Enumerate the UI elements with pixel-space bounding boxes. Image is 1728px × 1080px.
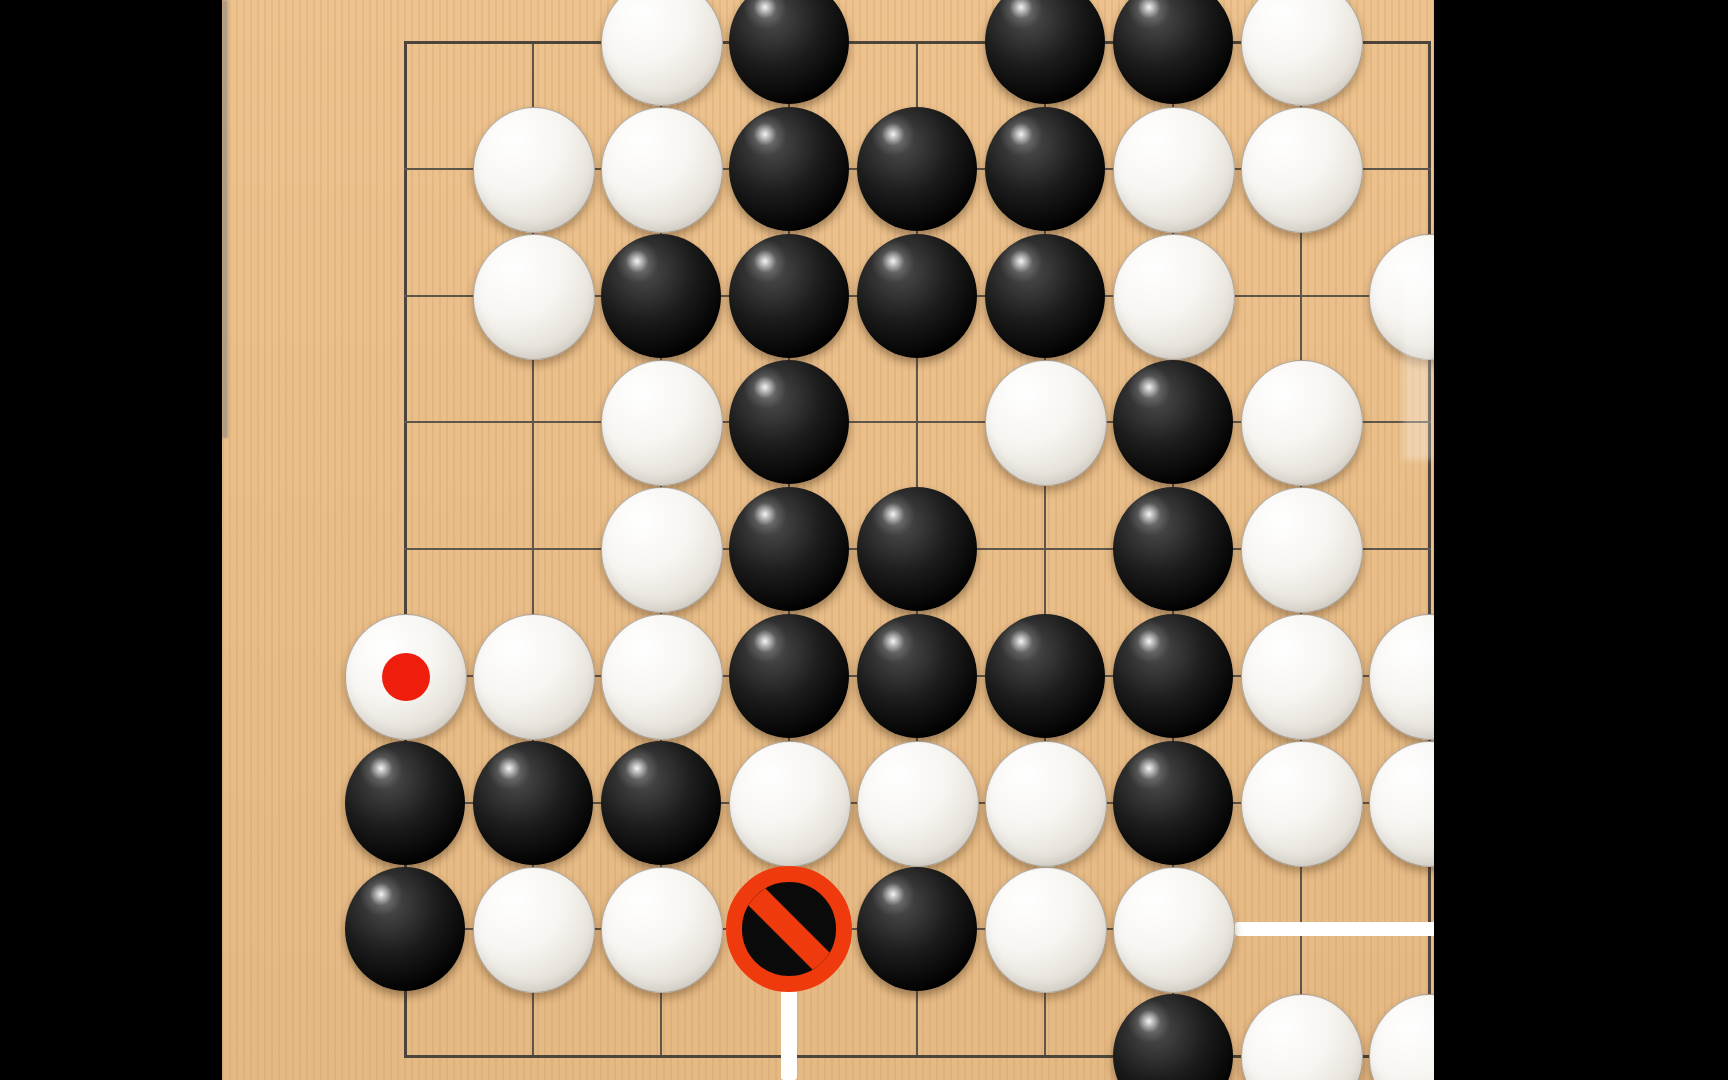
black-stone <box>729 487 849 611</box>
white-stone <box>601 614 723 740</box>
white-stone <box>601 107 723 233</box>
white-stone <box>473 867 595 993</box>
white-stone <box>473 614 595 740</box>
white-stone <box>345 614 467 740</box>
black-stone <box>985 0 1105 104</box>
black-stone <box>985 107 1105 231</box>
white-stone <box>1113 107 1235 233</box>
letterbox-left <box>0 0 222 1080</box>
black-stone <box>1113 994 1233 1080</box>
right-light-band <box>1403 268 1433 460</box>
white-stone <box>1369 994 1434 1080</box>
white-stone <box>1241 741 1363 867</box>
white-stone <box>1241 0 1363 106</box>
black-stone <box>729 107 849 231</box>
black-stone <box>345 867 465 991</box>
black-stone <box>1113 360 1233 484</box>
white-stone <box>729 741 851 867</box>
white-stone <box>1241 360 1363 486</box>
white-stone <box>1113 867 1235 993</box>
white-stone <box>473 234 595 360</box>
forbidden-point-marker <box>726 866 852 992</box>
white-stone <box>985 867 1107 993</box>
white-stone <box>1369 614 1434 740</box>
black-stone <box>857 614 977 738</box>
white-boundary-line-row2-right <box>1235 922 1434 936</box>
black-stone <box>1113 0 1233 104</box>
black-stone <box>1113 741 1233 865</box>
black-stone <box>1113 614 1233 738</box>
black-stone <box>729 0 849 104</box>
letterbox-right <box>1434 0 1728 1080</box>
white-stone <box>1241 487 1363 613</box>
black-stone <box>729 360 849 484</box>
black-stone <box>857 867 977 991</box>
go-board[interactable] <box>222 0 1434 1080</box>
forbidden-slash <box>734 874 844 984</box>
white-stone <box>1369 741 1434 867</box>
white-stone <box>985 360 1107 486</box>
black-stone <box>473 741 593 865</box>
last-move-marker <box>382 653 430 701</box>
black-stone <box>857 487 977 611</box>
board-grid <box>405 42 1429 1056</box>
white-stone <box>1241 614 1363 740</box>
screen <box>0 0 1728 1080</box>
black-stone <box>345 741 465 865</box>
black-stone <box>857 234 977 358</box>
black-stone <box>857 107 977 231</box>
white-stone <box>985 741 1107 867</box>
white-boundary-line-colD-bottom <box>781 989 797 1080</box>
white-stone <box>1113 234 1235 360</box>
white-stone <box>601 0 723 106</box>
black-stone <box>1113 487 1233 611</box>
black-stone <box>729 614 849 738</box>
white-stone <box>1241 107 1363 233</box>
white-stone <box>1241 994 1363 1080</box>
black-stone <box>729 234 849 358</box>
white-stone <box>857 741 979 867</box>
black-stone <box>985 614 1105 738</box>
white-stone <box>473 107 595 233</box>
black-stone <box>601 234 721 358</box>
white-stone <box>601 867 723 993</box>
black-stone <box>985 234 1105 358</box>
white-stone <box>601 360 723 486</box>
white-stone <box>601 487 723 613</box>
black-stone <box>601 741 721 865</box>
left-edge-gray-line <box>222 0 228 438</box>
